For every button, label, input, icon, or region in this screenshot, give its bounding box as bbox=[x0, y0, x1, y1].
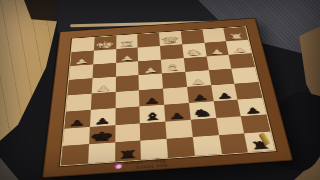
piece-bN-c6[interactable]: ♞ bbox=[191, 107, 214, 119]
square-h4[interactable] bbox=[68, 79, 93, 96]
square-g6[interactable]: ♟ bbox=[90, 108, 115, 127]
square-a5[interactable] bbox=[235, 82, 263, 99]
square-e8[interactable] bbox=[141, 139, 168, 160]
square-g7[interactable]: ♚ bbox=[89, 125, 115, 145]
square-c6[interactable]: ♞ bbox=[189, 101, 216, 119]
square-c8[interactable] bbox=[193, 135, 222, 156]
square-c5[interactable]: ♟ bbox=[187, 85, 213, 102]
square-a6[interactable]: ♟ bbox=[238, 98, 266, 116]
square-a4[interactable] bbox=[232, 67, 259, 84]
square-d4[interactable] bbox=[162, 72, 187, 89]
square-a7[interactable] bbox=[241, 114, 270, 133]
square-h6[interactable]: ♟ bbox=[65, 110, 91, 129]
square-h7[interactable] bbox=[63, 127, 90, 147]
square-d6[interactable]: ♟ bbox=[164, 103, 190, 121]
square-f5[interactable] bbox=[115, 90, 140, 108]
square-c4[interactable]: ♟ bbox=[185, 70, 211, 87]
floor-corner-bottom-left bbox=[0, 148, 34, 180]
square-f6[interactable] bbox=[115, 106, 140, 125]
square-g4[interactable]: ♟ bbox=[91, 77, 115, 94]
square-h5[interactable] bbox=[66, 94, 91, 112]
square-d8[interactable] bbox=[167, 137, 195, 158]
square-b6[interactable] bbox=[213, 99, 241, 117]
piece-bP-d6[interactable]: ♟ bbox=[169, 111, 186, 120]
photo-frame: ♚♜♛♜♟♟♞♟♟♟♝♟♟♟♟♟♟♟♝♟♞♟♚♜♜ BHK TCNCE Sig~… bbox=[0, 0, 320, 180]
square-e4[interactable] bbox=[139, 74, 163, 91]
piece-bP-g6[interactable]: ♟ bbox=[94, 116, 111, 125]
square-d5[interactable] bbox=[163, 87, 189, 105]
board-grid: ♚♜♛♜♟♟♞♟♟♟♝♟♟♟♟♟♟♟♝♟♞♟♚♜♜ bbox=[60, 26, 276, 166]
square-e7[interactable] bbox=[140, 121, 166, 141]
square-b7[interactable] bbox=[216, 116, 245, 135]
square-e5[interactable]: ♟ bbox=[139, 89, 164, 107]
square-f8[interactable]: ♜ bbox=[114, 141, 141, 162]
square-b5[interactable]: ♟ bbox=[211, 84, 238, 101]
square-d7[interactable] bbox=[165, 120, 192, 140]
piece-bP-h6[interactable]: ♟ bbox=[69, 118, 86, 127]
square-b8[interactable] bbox=[218, 134, 248, 155]
square-c7[interactable] bbox=[191, 118, 219, 137]
square-g5[interactable] bbox=[91, 92, 116, 110]
square-f7[interactable] bbox=[115, 123, 141, 143]
piece-bB-e6[interactable]: ♝ bbox=[141, 111, 163, 123]
brand-logo-icon bbox=[114, 163, 122, 170]
piece-bP-a6[interactable]: ♟ bbox=[243, 106, 261, 115]
square-b4[interactable] bbox=[208, 69, 234, 86]
piece-bK-g7[interactable]: ♚ bbox=[89, 130, 115, 144]
square-g8[interactable] bbox=[88, 143, 115, 164]
piece-bR-f8[interactable]: ♜ bbox=[117, 149, 138, 161]
square-f4[interactable] bbox=[115, 75, 139, 92]
chess-board: ♚♜♛♜♟♟♞♟♟♟♝♟♟♟♟♟♟♟♝♟♞♟♚♜♜ BHK TCNCE Sig~… bbox=[42, 18, 293, 178]
square-e6[interactable]: ♝ bbox=[140, 105, 166, 124]
square-h8[interactable] bbox=[61, 144, 89, 165]
